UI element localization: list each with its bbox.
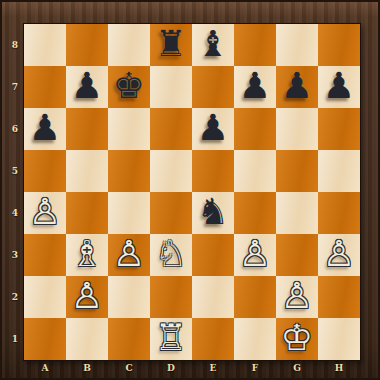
black-rook-piece[interactable]: ♜ xyxy=(155,23,187,65)
square-g5[interactable] xyxy=(276,150,318,192)
white-rook-piece[interactable]: ♖ xyxy=(155,317,187,359)
square-d2[interactable] xyxy=(150,276,192,318)
square-c8[interactable] xyxy=(108,24,150,66)
square-a5[interactable] xyxy=(24,150,66,192)
black-pawn-piece[interactable]: ♟ xyxy=(29,107,61,149)
file-label-f: F xyxy=(234,360,276,380)
black-pawn-piece[interactable]: ♟ xyxy=(281,65,313,107)
square-e4[interactable]: ♞ xyxy=(192,192,234,234)
square-c1[interactable] xyxy=(108,318,150,360)
square-e8[interactable]: ♝ xyxy=(192,24,234,66)
square-d4[interactable] xyxy=(150,192,192,234)
white-pawn-piece[interactable]: ♙ xyxy=(239,233,271,275)
square-a4[interactable]: ♙ xyxy=(24,192,66,234)
rank-label-8: 8 xyxy=(8,24,22,66)
square-d1[interactable]: ♖ xyxy=(150,318,192,360)
square-b3[interactable]: ♗ xyxy=(66,234,108,276)
black-pawn-piece[interactable]: ♟ xyxy=(239,65,271,107)
square-b1[interactable] xyxy=(66,318,108,360)
white-king-piece[interactable]: ♔ xyxy=(281,317,313,359)
white-pawn-piece[interactable]: ♙ xyxy=(29,191,61,233)
rank-label-5: 5 xyxy=(8,150,22,192)
rank-label-3: 3 xyxy=(8,234,22,276)
square-f4[interactable] xyxy=(234,192,276,234)
square-d5[interactable] xyxy=(150,150,192,192)
square-h4[interactable] xyxy=(318,192,360,234)
square-e2[interactable] xyxy=(192,276,234,318)
square-h7[interactable]: ♟ xyxy=(318,66,360,108)
square-g8[interactable] xyxy=(276,24,318,66)
square-c7[interactable]: ♚ xyxy=(108,66,150,108)
square-h6[interactable] xyxy=(318,108,360,150)
black-knight-piece[interactable]: ♞ xyxy=(197,191,229,233)
square-h5[interactable] xyxy=(318,150,360,192)
square-a8[interactable] xyxy=(24,24,66,66)
white-knight-piece[interactable]: ♘ xyxy=(155,233,187,275)
square-d3[interactable]: ♘ xyxy=(150,234,192,276)
rank-label-2: 2 xyxy=(8,276,22,318)
square-b6[interactable] xyxy=(66,108,108,150)
square-h2[interactable] xyxy=(318,276,360,318)
rank-label-1: 1 xyxy=(8,318,22,360)
square-f5[interactable] xyxy=(234,150,276,192)
file-label-c: C xyxy=(108,360,150,380)
white-bishop-piece[interactable]: ♗ xyxy=(71,233,103,275)
square-c5[interactable] xyxy=(108,150,150,192)
file-label-g: G xyxy=(276,360,318,380)
file-label-e: E xyxy=(192,360,234,380)
square-g3[interactable] xyxy=(276,234,318,276)
rank-label-6: 6 xyxy=(8,108,22,150)
square-c4[interactable] xyxy=(108,192,150,234)
file-label-d: D xyxy=(150,360,192,380)
square-c6[interactable] xyxy=(108,108,150,150)
white-pawn-piece[interactable]: ♙ xyxy=(113,233,145,275)
square-h3[interactable]: ♙ xyxy=(318,234,360,276)
square-a2[interactable] xyxy=(24,276,66,318)
square-f2[interactable] xyxy=(234,276,276,318)
square-a1[interactable] xyxy=(24,318,66,360)
square-b8[interactable] xyxy=(66,24,108,66)
black-pawn-piece[interactable]: ♟ xyxy=(323,65,355,107)
square-f6[interactable] xyxy=(234,108,276,150)
black-pawn-piece[interactable]: ♟ xyxy=(71,65,103,107)
square-g6[interactable] xyxy=(276,108,318,150)
white-pawn-piece[interactable]: ♙ xyxy=(71,275,103,317)
square-d8[interactable]: ♜ xyxy=(150,24,192,66)
square-e3[interactable] xyxy=(192,234,234,276)
square-d6[interactable] xyxy=(150,108,192,150)
square-c2[interactable] xyxy=(108,276,150,318)
square-h1[interactable] xyxy=(318,318,360,360)
square-b7[interactable]: ♟ xyxy=(66,66,108,108)
square-g7[interactable]: ♟ xyxy=(276,66,318,108)
white-pawn-piece[interactable]: ♙ xyxy=(323,233,355,275)
square-a6[interactable]: ♟ xyxy=(24,108,66,150)
square-e1[interactable] xyxy=(192,318,234,360)
square-g2[interactable]: ♙ xyxy=(276,276,318,318)
file-label-h: H xyxy=(318,360,360,380)
chess-board: ♜♝♟♚♟♟♟♟♟♙♞♗♙♘♙♙♙♙♖♔ xyxy=(23,23,361,361)
square-a7[interactable] xyxy=(24,66,66,108)
white-pawn-piece[interactable]: ♙ xyxy=(281,275,313,317)
square-f1[interactable] xyxy=(234,318,276,360)
black-pawn-piece[interactable]: ♟ xyxy=(197,107,229,149)
black-bishop-piece[interactable]: ♝ xyxy=(197,23,229,65)
square-f8[interactable] xyxy=(234,24,276,66)
chessboard-app: ♜♝♟♚♟♟♟♟♟♙♞♗♙♘♙♙♙♙♖♔ 87654321ABCDEFGH xyxy=(0,0,380,380)
square-e5[interactable] xyxy=(192,150,234,192)
square-d7[interactable] xyxy=(150,66,192,108)
square-c3[interactable]: ♙ xyxy=(108,234,150,276)
square-e7[interactable] xyxy=(192,66,234,108)
square-f7[interactable]: ♟ xyxy=(234,66,276,108)
square-b4[interactable] xyxy=(66,192,108,234)
square-g1[interactable]: ♔ xyxy=(276,318,318,360)
square-g4[interactable] xyxy=(276,192,318,234)
square-f3[interactable]: ♙ xyxy=(234,234,276,276)
square-e6[interactable]: ♟ xyxy=(192,108,234,150)
file-label-a: A xyxy=(24,360,66,380)
square-b5[interactable] xyxy=(66,150,108,192)
square-b2[interactable]: ♙ xyxy=(66,276,108,318)
square-a3[interactable] xyxy=(24,234,66,276)
black-king-piece[interactable]: ♚ xyxy=(113,65,145,107)
rank-label-7: 7 xyxy=(8,66,22,108)
rank-label-4: 4 xyxy=(8,192,22,234)
square-h8[interactable] xyxy=(318,24,360,66)
file-label-b: B xyxy=(66,360,108,380)
